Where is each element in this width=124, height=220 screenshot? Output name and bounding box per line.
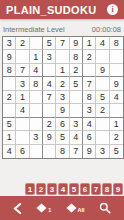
- cell-r4c8[interactable]: [96, 77, 109, 90]
- cell-r2c1[interactable]: 9: [3, 50, 16, 63]
- cell-r5c9[interactable]: 4: [110, 91, 123, 104]
- cell-r1c6[interactable]: 9: [70, 37, 83, 50]
- cell-r3c5[interactable]: 1: [56, 64, 69, 77]
- status-bar: Intermediate Level 00:00:08: [3, 24, 121, 34]
- erase-all-icon[interactable]: All: [66, 203, 85, 213]
- cell-r2c9[interactable]: [110, 50, 123, 63]
- cell-r7c2[interactable]: [16, 118, 29, 131]
- cell-r2c2[interactable]: [16, 50, 29, 63]
- cell-r3c7[interactable]: [83, 64, 96, 77]
- cell-r3c3[interactable]: 4: [30, 64, 43, 77]
- cell-r1c3[interactable]: [30, 37, 43, 50]
- cell-r9c1[interactable]: 4: [3, 145, 16, 158]
- numpad-button-9[interactable]: 9: [113, 183, 123, 195]
- bottom-toolbar: 1 All: [0, 196, 124, 220]
- cell-r2c5[interactable]: [56, 50, 69, 63]
- cell-r1c9[interactable]: 8: [110, 37, 123, 50]
- cell-r4c3[interactable]: 8: [30, 77, 43, 90]
- cell-r4c2[interactable]: 3: [16, 77, 29, 90]
- cell-r3c8[interactable]: 9: [96, 64, 109, 77]
- cell-r8c2[interactable]: [16, 131, 29, 144]
- cell-r6c3[interactable]: [30, 104, 43, 117]
- cell-r2c8[interactable]: [96, 50, 109, 63]
- cell-r9c7[interactable]: 9: [83, 145, 96, 158]
- cell-r8c3[interactable]: 3: [30, 131, 43, 144]
- cell-r3c2[interactable]: 7: [16, 64, 29, 77]
- cell-r3c6[interactable]: 2: [70, 64, 83, 77]
- numpad-button-8[interactable]: 8: [102, 183, 112, 195]
- cell-r2c3[interactable]: 1: [30, 50, 43, 63]
- cell-r4c5[interactable]: 2: [56, 77, 69, 90]
- cell-r6c6[interactable]: [70, 104, 83, 117]
- numpad-button-5[interactable]: 5: [69, 183, 79, 195]
- cell-r2c7[interactable]: 2: [83, 50, 96, 63]
- cell-r1c1[interactable]: 3: [3, 37, 16, 50]
- cell-r6c9[interactable]: [110, 104, 123, 117]
- erase-all-label: All: [78, 207, 85, 213]
- numpad-button-6[interactable]: 6: [80, 183, 90, 195]
- cell-r4c1[interactable]: [3, 77, 16, 90]
- back-chevron-icon[interactable]: [13, 203, 22, 214]
- cell-r8c8[interactable]: [96, 131, 109, 144]
- search-icon[interactable]: [99, 202, 111, 214]
- cell-r7c1[interactable]: 5: [3, 118, 16, 131]
- cell-r9c4[interactable]: [43, 145, 56, 158]
- cell-r8c1[interactable]: 1: [3, 131, 16, 144]
- cell-r8c7[interactable]: 6: [83, 131, 96, 144]
- cell-r4c4[interactable]: 4: [43, 77, 56, 90]
- cell-r3c4[interactable]: [43, 64, 56, 77]
- cell-r6c8[interactable]: 2: [96, 104, 109, 117]
- timer: 00:00:08: [92, 25, 121, 34]
- cell-r5c6[interactable]: [70, 91, 83, 104]
- numpad-button-4[interactable]: 4: [58, 183, 68, 195]
- cell-r4c6[interactable]: 5: [70, 77, 83, 90]
- cell-r3c1[interactable]: 8: [3, 64, 16, 77]
- cell-r6c5[interactable]: 9: [56, 104, 69, 117]
- cell-r1c5[interactable]: 7: [56, 37, 69, 50]
- cell-r5c1[interactable]: 2: [3, 91, 16, 104]
- numpad-button-3[interactable]: 3: [47, 183, 57, 195]
- cell-r7c8[interactable]: [96, 118, 109, 131]
- cell-r7c7[interactable]: 4: [83, 118, 96, 131]
- erase-one-label: 1: [48, 207, 51, 213]
- cell-r8c6[interactable]: 4: [70, 131, 83, 144]
- cell-r9c6[interactable]: 7: [70, 145, 83, 158]
- cell-r7c4[interactable]: 2: [43, 118, 56, 131]
- cell-r3c9[interactable]: [110, 64, 123, 77]
- cell-r5c8[interactable]: 5: [96, 91, 109, 104]
- info-icon[interactable]: i: [107, 4, 118, 15]
- numpad-button-2[interactable]: 2: [36, 183, 46, 195]
- level-label: Intermediate Level: [3, 25, 65, 34]
- cell-r6c4[interactable]: [43, 104, 56, 117]
- erase-one-icon[interactable]: 1: [36, 203, 51, 213]
- sudoku-grid: 3257914891382874129384257921738544932526…: [2, 36, 124, 159]
- cell-r5c2[interactable]: 1: [16, 91, 29, 104]
- cell-r9c3[interactable]: [30, 145, 43, 158]
- cell-r7c3[interactable]: [30, 118, 43, 131]
- cell-r8c9[interactable]: 2: [110, 131, 123, 144]
- cell-r1c7[interactable]: 1: [83, 37, 96, 50]
- number-pad: 123456789: [25, 183, 123, 195]
- cell-r7c9[interactable]: 1: [110, 118, 123, 131]
- cell-r6c2[interactable]: 4: [16, 104, 29, 117]
- cell-r9c5[interactable]: 8: [56, 145, 69, 158]
- cell-r9c9[interactable]: 5: [110, 145, 123, 158]
- cell-r8c5[interactable]: 5: [56, 131, 69, 144]
- cell-r2c6[interactable]: 8: [70, 50, 83, 63]
- cell-r4c9[interactable]: 9: [110, 77, 123, 90]
- cell-r6c1[interactable]: [3, 104, 16, 117]
- app-title: PLAIN_SUDOKU: [6, 4, 96, 16]
- cell-r1c4[interactable]: 5: [43, 37, 56, 50]
- cell-r6c7[interactable]: 3: [83, 104, 96, 117]
- cell-r9c8[interactable]: 3: [96, 145, 109, 158]
- cell-r1c8[interactable]: 4: [96, 37, 109, 50]
- numpad-button-1[interactable]: 1: [25, 183, 35, 195]
- cell-r8c4[interactable]: 9: [43, 131, 56, 144]
- cell-r5c4[interactable]: 7: [43, 91, 56, 104]
- cell-r2c4[interactable]: 3: [43, 50, 56, 63]
- cell-r5c5[interactable]: 3: [56, 91, 69, 104]
- cell-r7c5[interactable]: 6: [56, 118, 69, 131]
- cell-r5c3[interactable]: [30, 91, 43, 104]
- cell-r4c7[interactable]: 7: [83, 77, 96, 90]
- app-header: PLAIN_SUDOKU i: [0, 0, 124, 19]
- cell-r1c2[interactable]: 2: [16, 37, 29, 50]
- cell-r5c7[interactable]: 8: [83, 91, 96, 104]
- cell-r9c2[interactable]: 6: [16, 145, 29, 158]
- numpad-button-7[interactable]: 7: [91, 183, 101, 195]
- cell-r7c6[interactable]: 3: [70, 118, 83, 131]
